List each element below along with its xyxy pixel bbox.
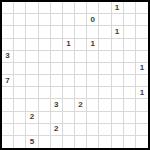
cell-r6c5[interactable]: [63, 75, 75, 87]
cell-r1c3[interactable]: [39, 14, 51, 26]
cell-r6c7[interactable]: [87, 75, 99, 87]
cell-r5c9[interactable]: [112, 63, 124, 75]
cell-r10c10[interactable]: [124, 124, 136, 136]
cell-r1c11[interactable]: [136, 14, 148, 26]
cell-r9c9[interactable]: [112, 112, 124, 124]
cell-r5c10[interactable]: [124, 63, 136, 75]
cell-r5c4[interactable]: [51, 63, 63, 75]
cell-r4c5[interactable]: [63, 51, 75, 63]
cell-r11c11[interactable]: [136, 136, 148, 148]
cell-r3c10[interactable]: [124, 39, 136, 51]
cell-r2c1[interactable]: [14, 26, 26, 38]
cell-r2c6[interactable]: [75, 26, 87, 38]
cell-r9c5[interactable]: [63, 112, 75, 124]
puzzle-board: 10111317132225: [0, 0, 150, 150]
cell-r7c7[interactable]: [87, 87, 99, 99]
cell-r1c9[interactable]: [112, 14, 124, 26]
cell-r6c9[interactable]: [112, 75, 124, 87]
cell-r4c10[interactable]: [124, 51, 136, 63]
cell-r9c4[interactable]: [51, 112, 63, 124]
cell-r11c4[interactable]: [51, 136, 63, 148]
cell-r10c2[interactable]: [26, 124, 38, 136]
cell-r2c3[interactable]: [39, 26, 51, 38]
cell-r0c5[interactable]: [63, 2, 75, 14]
cell-r0c2[interactable]: [26, 2, 38, 14]
cell-r9c1[interactable]: [14, 112, 26, 124]
cell-r7c4[interactable]: [51, 87, 63, 99]
cell-r0c9[interactable]: 1: [112, 2, 124, 14]
cell-r8c8[interactable]: [99, 99, 111, 111]
cell-r3c8[interactable]: [99, 39, 111, 51]
cell-r10c7[interactable]: [87, 124, 99, 136]
cell-r4c8[interactable]: [99, 51, 111, 63]
cell-r7c10[interactable]: [124, 87, 136, 99]
cell-r9c6[interactable]: [75, 112, 87, 124]
cell-r2c9[interactable]: 1: [112, 26, 124, 38]
cell-r5c0[interactable]: [2, 63, 14, 75]
cell-r7c0[interactable]: [2, 87, 14, 99]
cell-r10c5[interactable]: [63, 124, 75, 136]
cell-r2c10[interactable]: [124, 26, 136, 38]
cell-r2c2[interactable]: [26, 26, 38, 38]
cell-r6c8[interactable]: [99, 75, 111, 87]
cell-r5c3[interactable]: [39, 63, 51, 75]
cell-r8c0[interactable]: [2, 99, 14, 111]
cell-r10c1[interactable]: [14, 124, 26, 136]
cell-r0c8[interactable]: [99, 2, 111, 14]
cell-r3c9[interactable]: [112, 39, 124, 51]
cell-r3c7[interactable]: 1: [87, 39, 99, 51]
cell-r10c6[interactable]: [75, 124, 87, 136]
cell-r1c6[interactable]: [75, 14, 87, 26]
cell-r3c3[interactable]: [39, 39, 51, 51]
cell-r0c10[interactable]: [124, 2, 136, 14]
cell-r10c0[interactable]: [2, 124, 14, 136]
cell-r8c3[interactable]: [39, 99, 51, 111]
cell-r0c11[interactable]: [136, 2, 148, 14]
cell-r4c9[interactable]: [112, 51, 124, 63]
cell-r2c7[interactable]: [87, 26, 99, 38]
cell-r7c9[interactable]: [112, 87, 124, 99]
cell-r0c6[interactable]: [75, 2, 87, 14]
cell-r10c8[interactable]: [99, 124, 111, 136]
cell-r8c2[interactable]: [26, 99, 38, 111]
cell-r3c0[interactable]: [2, 39, 14, 51]
cell-r6c4[interactable]: [51, 75, 63, 87]
cell-r9c2[interactable]: 2: [26, 112, 38, 124]
cell-r11c10[interactable]: [124, 136, 136, 148]
cell-r0c0[interactable]: [2, 2, 14, 14]
cell-r3c4[interactable]: [51, 39, 63, 51]
cell-r9c8[interactable]: [99, 112, 111, 124]
cell-r5c6[interactable]: [75, 63, 87, 75]
cell-r2c8[interactable]: [99, 26, 111, 38]
cell-r11c7[interactable]: [87, 136, 99, 148]
cell-r7c5[interactable]: [63, 87, 75, 99]
cell-r11c8[interactable]: [99, 136, 111, 148]
cell-r10c9[interactable]: [112, 124, 124, 136]
cell-r0c3[interactable]: [39, 2, 51, 14]
cell-r6c0[interactable]: 7: [2, 75, 14, 87]
cell-r4c11[interactable]: [136, 51, 148, 63]
cell-r7c3[interactable]: [39, 87, 51, 99]
cell-r6c1[interactable]: [14, 75, 26, 87]
cell-r5c2[interactable]: [26, 63, 38, 75]
cell-r8c5[interactable]: [63, 99, 75, 111]
cell-r5c1[interactable]: [14, 63, 26, 75]
cell-r11c9[interactable]: [112, 136, 124, 148]
cell-r8c4[interactable]: 3: [51, 99, 63, 111]
cell-r7c6[interactable]: [75, 87, 87, 99]
cell-r2c4[interactable]: [51, 26, 63, 38]
cell-r4c3[interactable]: [39, 51, 51, 63]
cell-r11c5[interactable]: [63, 136, 75, 148]
cell-r4c1[interactable]: [14, 51, 26, 63]
cell-r1c5[interactable]: [63, 14, 75, 26]
cell-r8c10[interactable]: [124, 99, 136, 111]
cell-r4c6[interactable]: [75, 51, 87, 63]
cell-r1c1[interactable]: [14, 14, 26, 26]
cell-r9c10[interactable]: [124, 112, 136, 124]
cell-r1c0[interactable]: [2, 14, 14, 26]
cell-r8c7[interactable]: [87, 99, 99, 111]
cell-r4c4[interactable]: [51, 51, 63, 63]
cell-r0c7[interactable]: [87, 2, 99, 14]
cell-r0c4[interactable]: [51, 2, 63, 14]
cell-r6c6[interactable]: [75, 75, 87, 87]
cell-r6c2[interactable]: [26, 75, 38, 87]
cell-r7c2[interactable]: [26, 87, 38, 99]
cell-r7c8[interactable]: [99, 87, 111, 99]
cell-r10c3[interactable]: [39, 124, 51, 136]
cell-r0c1[interactable]: [14, 2, 26, 14]
cell-r3c6[interactable]: [75, 39, 87, 51]
cell-r10c4[interactable]: 2: [51, 124, 63, 136]
cell-r8c9[interactable]: [112, 99, 124, 111]
cell-r11c0[interactable]: [2, 136, 14, 148]
cell-r9c3[interactable]: [39, 112, 51, 124]
cell-r6c3[interactable]: [39, 75, 51, 87]
cell-r3c2[interactable]: [26, 39, 38, 51]
cell-r8c11[interactable]: [136, 99, 148, 111]
cell-r2c11[interactable]: [136, 26, 148, 38]
cell-r11c2[interactable]: 5: [26, 136, 38, 148]
cell-r4c0[interactable]: 3: [2, 51, 14, 63]
cell-r5c7[interactable]: [87, 63, 99, 75]
cell-r7c1[interactable]: [14, 87, 26, 99]
cell-r1c4[interactable]: [51, 14, 63, 26]
cell-r3c11[interactable]: [136, 39, 148, 51]
cell-r5c8[interactable]: [99, 63, 111, 75]
cell-r11c1[interactable]: [14, 136, 26, 148]
cell-r6c10[interactable]: [124, 75, 136, 87]
cell-r9c7[interactable]: [87, 112, 99, 124]
cell-r11c3[interactable]: [39, 136, 51, 148]
cell-r9c11[interactable]: [136, 112, 148, 124]
cell-r8c1[interactable]: [14, 99, 26, 111]
cell-r3c5[interactable]: 1: [63, 39, 75, 51]
cell-r7c11[interactable]: 1: [136, 87, 148, 99]
cell-r9c0[interactable]: [2, 112, 14, 124]
cell-r11c6[interactable]: [75, 136, 87, 148]
cell-r5c11[interactable]: 1: [136, 63, 148, 75]
cell-r1c8[interactable]: [99, 14, 111, 26]
cell-r1c10[interactable]: [124, 14, 136, 26]
cell-r2c0[interactable]: [2, 26, 14, 38]
cell-r1c7[interactable]: 0: [87, 14, 99, 26]
cell-r4c7[interactable]: [87, 51, 99, 63]
cell-r2c5[interactable]: [63, 26, 75, 38]
cell-r1c2[interactable]: [26, 14, 38, 26]
cell-r6c11[interactable]: [136, 75, 148, 87]
cell-r10c11[interactable]: [136, 124, 148, 136]
cell-r3c1[interactable]: [14, 39, 26, 51]
cell-r5c5[interactable]: [63, 63, 75, 75]
cell-r4c2[interactable]: [26, 51, 38, 63]
cell-r8c6[interactable]: 2: [75, 99, 87, 111]
